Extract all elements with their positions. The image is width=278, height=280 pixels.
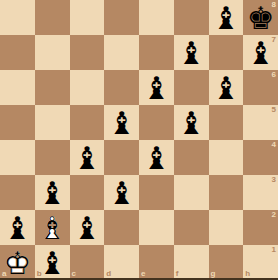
square-e4[interactable]: ♝ bbox=[139, 140, 174, 175]
square-h5[interactable]: 5 bbox=[243, 105, 278, 140]
black-king[interactable]: ♚ bbox=[243, 1, 278, 36]
square-d4[interactable] bbox=[104, 140, 139, 175]
file-label-c: c bbox=[72, 270, 76, 278]
square-b6[interactable] bbox=[35, 70, 70, 105]
black-bishop[interactable]: ♝ bbox=[243, 36, 278, 71]
square-f4[interactable] bbox=[174, 140, 209, 175]
rank-label-5: 5 bbox=[272, 106, 276, 114]
square-c3[interactable] bbox=[70, 175, 105, 210]
square-a4[interactable] bbox=[0, 140, 35, 175]
white-king[interactable]: ♚♔ bbox=[0, 246, 35, 280]
rank-label-4: 4 bbox=[272, 141, 276, 149]
square-c6[interactable] bbox=[70, 70, 105, 105]
square-g8[interactable]: ♝ bbox=[209, 0, 244, 35]
square-c1[interactable]: c bbox=[70, 245, 105, 280]
square-e2[interactable] bbox=[139, 210, 174, 245]
black-bishop[interactable]: ♝ bbox=[35, 176, 70, 211]
file-label-g: g bbox=[211, 270, 216, 278]
square-f2[interactable] bbox=[174, 210, 209, 245]
square-f1[interactable]: f bbox=[174, 245, 209, 280]
square-d8[interactable] bbox=[104, 0, 139, 35]
square-e5[interactable] bbox=[139, 105, 174, 140]
black-bishop[interactable]: ♝ bbox=[104, 106, 139, 141]
black-bishop[interactable]: ♝ bbox=[209, 1, 244, 36]
square-c7[interactable] bbox=[70, 35, 105, 70]
square-d6[interactable] bbox=[104, 70, 139, 105]
square-b8[interactable] bbox=[35, 0, 70, 35]
square-d3[interactable]: ♝ bbox=[104, 175, 139, 210]
square-a6[interactable] bbox=[0, 70, 35, 105]
square-b1[interactable]: b♝ bbox=[35, 245, 70, 280]
square-f7[interactable]: ♝ bbox=[174, 35, 209, 70]
square-b5[interactable] bbox=[35, 105, 70, 140]
square-h8[interactable]: 8♚ bbox=[243, 0, 278, 35]
black-bishop[interactable]: ♝ bbox=[139, 141, 174, 176]
square-e8[interactable] bbox=[139, 0, 174, 35]
square-d2[interactable] bbox=[104, 210, 139, 245]
black-bishop[interactable]: ♝ bbox=[104, 176, 139, 211]
square-h7[interactable]: 7♝ bbox=[243, 35, 278, 70]
square-c8[interactable] bbox=[70, 0, 105, 35]
square-e6[interactable]: ♝ bbox=[139, 70, 174, 105]
square-g5[interactable] bbox=[209, 105, 244, 140]
black-bishop[interactable]: ♝ bbox=[0, 211, 35, 246]
white-bishop-outline: ♗ bbox=[35, 211, 70, 246]
square-g4[interactable] bbox=[209, 140, 244, 175]
square-h4[interactable]: 4 bbox=[243, 140, 278, 175]
file-label-d: d bbox=[106, 270, 111, 278]
square-g2[interactable] bbox=[209, 210, 244, 245]
square-d1[interactable]: d bbox=[104, 245, 139, 280]
square-a7[interactable] bbox=[0, 35, 35, 70]
white-king-outline: ♔ bbox=[0, 246, 35, 280]
rank-label-3: 3 bbox=[272, 176, 276, 184]
square-e3[interactable] bbox=[139, 175, 174, 210]
square-a5[interactable] bbox=[0, 105, 35, 140]
square-d7[interactable] bbox=[104, 35, 139, 70]
square-h1[interactable]: 1h bbox=[243, 245, 278, 280]
square-c5[interactable] bbox=[70, 105, 105, 140]
square-f6[interactable] bbox=[174, 70, 209, 105]
rank-label-2: 2 bbox=[272, 211, 276, 219]
square-e1[interactable]: e bbox=[139, 245, 174, 280]
square-h3[interactable]: 3 bbox=[243, 175, 278, 210]
square-a3[interactable] bbox=[0, 175, 35, 210]
square-f8[interactable] bbox=[174, 0, 209, 35]
square-c4[interactable]: ♝ bbox=[70, 140, 105, 175]
square-f3[interactable] bbox=[174, 175, 209, 210]
black-bishop[interactable]: ♝ bbox=[139, 71, 174, 106]
black-bishop[interactable]: ♝ bbox=[35, 246, 70, 280]
black-bishop[interactable]: ♝ bbox=[70, 141, 105, 176]
black-bishop[interactable]: ♝ bbox=[209, 71, 244, 106]
square-e7[interactable] bbox=[139, 35, 174, 70]
square-g6[interactable]: ♝ bbox=[209, 70, 244, 105]
square-a2[interactable]: ♝ bbox=[0, 210, 35, 245]
square-g7[interactable] bbox=[209, 35, 244, 70]
square-h2[interactable]: 2 bbox=[243, 210, 278, 245]
file-label-h: h bbox=[245, 270, 250, 278]
square-h6[interactable]: 6 bbox=[243, 70, 278, 105]
square-b2[interactable]: ♝♗ bbox=[35, 210, 70, 245]
black-bishop[interactable]: ♝ bbox=[174, 36, 209, 71]
black-bishop[interactable]: ♝ bbox=[70, 211, 105, 246]
square-a1[interactable]: a♚♔ bbox=[0, 245, 35, 280]
square-b4[interactable] bbox=[35, 140, 70, 175]
square-f5[interactable]: ♝ bbox=[174, 105, 209, 140]
chess-board: ♝8♚♝7♝♝♝6♝♝5♝♝4♝♝3♝♝♗♝2a♚♔b♝cdefg1h bbox=[0, 0, 278, 280]
square-c2[interactable]: ♝ bbox=[70, 210, 105, 245]
square-g3[interactable] bbox=[209, 175, 244, 210]
white-bishop[interactable]: ♝♗ bbox=[35, 211, 70, 246]
file-label-e: e bbox=[141, 270, 145, 278]
rank-label-6: 6 bbox=[272, 71, 276, 79]
black-bishop[interactable]: ♝ bbox=[174, 106, 209, 141]
rank-label-1: 1 bbox=[272, 246, 276, 254]
file-label-f: f bbox=[176, 270, 179, 278]
square-a8[interactable] bbox=[0, 0, 35, 35]
square-g1[interactable]: g bbox=[209, 245, 244, 280]
square-b3[interactable]: ♝ bbox=[35, 175, 70, 210]
square-d5[interactable]: ♝ bbox=[104, 105, 139, 140]
square-b7[interactable] bbox=[35, 35, 70, 70]
